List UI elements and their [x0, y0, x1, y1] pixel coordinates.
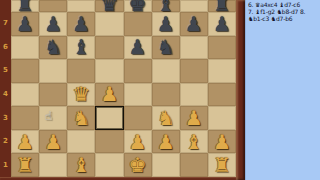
- square-e2[interactable]: ♟: [124, 130, 152, 154]
- rank-label-1: 1: [0, 153, 11, 177]
- square-c6[interactable]: ♝: [67, 36, 95, 60]
- piece-bp-e6: ♟: [129, 37, 147, 57]
- square-h4[interactable]: [208, 83, 236, 107]
- square-e7[interactable]: [124, 12, 152, 36]
- piece-bp-c7: ♟: [72, 14, 90, 34]
- square-a2[interactable]: ♟: [11, 130, 39, 154]
- square-b7[interactable]: ♟: [39, 12, 67, 36]
- square-f2[interactable]: ♟: [152, 130, 180, 154]
- square-g6[interactable]: [180, 36, 208, 60]
- square-f1[interactable]: [152, 153, 180, 177]
- piece-bp-b7: ♟: [44, 14, 62, 34]
- square-d2[interactable]: [95, 130, 123, 154]
- square-a5[interactable]: [11, 59, 39, 83]
- square-f4[interactable]: [152, 83, 180, 107]
- square-d5[interactable]: [95, 59, 123, 83]
- square-g1[interactable]: [180, 153, 208, 177]
- move-list-line[interactable]: ♞b1-c3 ♞d7-b6: [248, 15, 319, 22]
- square-h5[interactable]: [208, 59, 236, 83]
- square-b5[interactable]: [39, 59, 67, 83]
- square-e4[interactable]: [124, 83, 152, 107]
- piece-bp-h7: ♟: [213, 14, 231, 34]
- piece-wp-d4: ♟: [100, 84, 118, 104]
- piece-bk-e8: ♚: [129, 0, 147, 12]
- square-g8[interactable]: [180, 0, 208, 12]
- square-c2[interactable]: [67, 130, 95, 154]
- square-d8[interactable]: ♛: [95, 0, 123, 12]
- piece-bq-d8: ♛: [100, 0, 118, 12]
- square-c3[interactable]: ♞: [67, 106, 95, 130]
- piece-wr-h1: ♜: [213, 155, 231, 175]
- rank-label-5: 5: [0, 59, 11, 83]
- chess-app-window: 7654321 ♜♛♚♝♜♟♟♟♟♟♟♞♝♟♞♛♟♞♞♟♟♟♟♟♝♟♜♝♚♜ ☝…: [0, 0, 320, 180]
- rank-label-6: 6: [0, 36, 11, 60]
- square-e5[interactable]: [124, 59, 152, 83]
- square-h3[interactable]: [208, 106, 236, 130]
- square-b2[interactable]: ♟: [39, 130, 67, 154]
- piece-wp-f2: ♟: [157, 132, 175, 152]
- rank-label-3: 3: [0, 106, 11, 130]
- piece-wn-f3: ♞: [157, 108, 175, 128]
- piece-wp-g3: ♟: [185, 108, 203, 128]
- square-b3[interactable]: [39, 106, 67, 130]
- square-a3[interactable]: [11, 106, 39, 130]
- square-h1[interactable]: ♜: [208, 153, 236, 177]
- square-d7[interactable]: [95, 12, 123, 36]
- piece-br-a8: ♜: [16, 0, 34, 12]
- square-d1[interactable]: [95, 153, 123, 177]
- square-d4[interactable]: ♟: [95, 83, 123, 107]
- square-f3[interactable]: ♞: [152, 106, 180, 130]
- piece-bn-b6: ♞: [44, 37, 62, 57]
- piece-wp-b2: ♟: [44, 132, 62, 152]
- piece-wb-g2: ♝: [185, 132, 203, 152]
- square-g5[interactable]: [180, 59, 208, 83]
- square-h2[interactable]: ♟: [208, 130, 236, 154]
- square-h6[interactable]: [208, 36, 236, 60]
- piece-bp-g7: ♟: [185, 14, 203, 34]
- piece-wq-c4: ♛: [72, 84, 90, 104]
- piece-bp-a7: ♟: [16, 14, 34, 34]
- move-list-line[interactable]: 7. ♝f1-g2 ♞b8-d7 8.: [248, 8, 319, 15]
- square-a7[interactable]: ♟: [11, 12, 39, 36]
- piece-wn-c3: ♞: [72, 108, 90, 128]
- square-e6[interactable]: ♟: [124, 36, 152, 60]
- square-e8[interactable]: ♚: [124, 0, 152, 12]
- square-b8[interactable]: [39, 0, 67, 12]
- square-a6[interactable]: [11, 36, 39, 60]
- square-e3[interactable]: [124, 106, 152, 130]
- square-c4[interactable]: ♛: [67, 83, 95, 107]
- piece-wp-a2: ♟: [16, 132, 34, 152]
- rank-label-7: 7: [0, 12, 11, 36]
- piece-wp-h2: ♟: [213, 132, 231, 152]
- square-b1[interactable]: [39, 153, 67, 177]
- piece-wr-a1: ♜: [16, 155, 34, 175]
- square-b6[interactable]: ♞: [39, 36, 67, 60]
- square-d3[interactable]: [95, 106, 123, 130]
- square-c1[interactable]: ♝: [67, 153, 95, 177]
- square-f5[interactable]: [152, 59, 180, 83]
- square-c5[interactable]: [67, 59, 95, 83]
- square-h7[interactable]: ♟: [208, 12, 236, 36]
- square-g2[interactable]: ♝: [180, 130, 208, 154]
- piece-bp-f7: ♟: [157, 14, 175, 34]
- chess-board: ♜♛♚♝♜♟♟♟♟♟♟♞♝♟♞♛♟♞♞♟♟♟♟♟♝♟♜♝♚♜: [11, 0, 236, 177]
- rank-label-4: 4: [0, 83, 11, 107]
- move-list-panel: 6. ♛a4xc4 ♝d7-c6 7. ♝f1-g2 ♞b8-d7 8. ♞b1…: [245, 0, 320, 180]
- move-list-line[interactable]: 6. ♛a4xc4 ♝d7-c6: [248, 1, 319, 8]
- piece-wp-e2: ♟: [129, 132, 147, 152]
- rank-label-empty: [0, 0, 11, 12]
- board-right-border: [236, 0, 245, 180]
- square-f6[interactable]: ♞: [152, 36, 180, 60]
- rank-label-2: 2: [0, 130, 11, 154]
- rank-label-strip: 7654321: [0, 0, 11, 177]
- hand-cursor-icon: ☝: [45, 110, 52, 122]
- square-b4[interactable]: [39, 83, 67, 107]
- piece-bb-f8: ♝: [157, 0, 175, 12]
- square-e1[interactable]: ♚: [124, 153, 152, 177]
- board-bottom-border: [0, 177, 236, 180]
- square-f7[interactable]: ♟: [152, 12, 180, 36]
- square-a4[interactable]: [11, 83, 39, 107]
- square-c8[interactable]: [67, 0, 95, 12]
- piece-wk-e1: ♚: [129, 155, 147, 175]
- piece-wb-c1: ♝: [72, 155, 90, 175]
- square-c7[interactable]: ♟: [67, 12, 95, 36]
- square-g3[interactable]: ♟: [180, 106, 208, 130]
- square-a1[interactable]: ♜: [11, 153, 39, 177]
- square-h8[interactable]: ♜: [208, 0, 236, 12]
- square-f8[interactable]: ♝: [152, 0, 180, 12]
- square-g7[interactable]: ♟: [180, 12, 208, 36]
- piece-bn-f6: ♞: [157, 37, 175, 57]
- square-g4[interactable]: [180, 83, 208, 107]
- piece-br-h8: ♜: [213, 0, 231, 12]
- square-d6[interactable]: [95, 36, 123, 60]
- square-a8[interactable]: ♜: [11, 0, 39, 12]
- piece-bb-c6: ♝: [72, 37, 90, 57]
